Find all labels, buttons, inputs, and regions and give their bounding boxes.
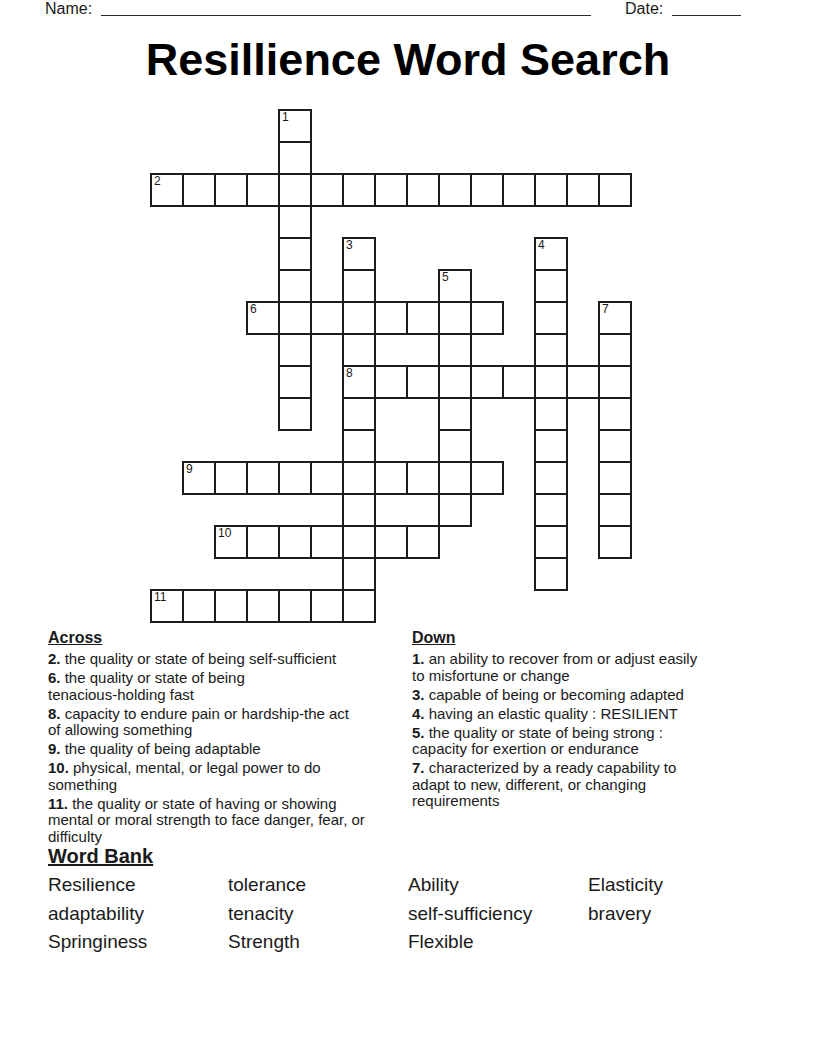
grid-cell[interactable] [502,365,536,399]
grid-cell[interactable] [310,461,344,495]
clue-number: 9 [186,463,193,475]
grid-cell[interactable] [406,173,440,207]
grid-cell[interactable] [246,173,280,207]
worksheet-page: Name: Date: Resillience Word Search 1234… [0,0,816,1056]
grid-cell[interactable]: 8 [342,365,376,399]
clue-item: 10. physical, mental, or legal power to … [48,760,414,793]
grid-cell[interactable] [342,173,376,207]
grid-cell[interactable] [278,365,312,399]
grid-cell[interactable]: 9 [182,461,216,495]
clue-item: 2. the quality or state of being self-su… [48,651,414,668]
grid-cell[interactable] [598,461,632,495]
grid-cell[interactable] [214,461,248,495]
word-bank-word: self-sufficiency [408,904,588,924]
clue-number: 4 [538,239,545,251]
crossword-grid: 1234567891011 [151,110,633,624]
grid-cell[interactable] [310,589,344,623]
grid-cell[interactable]: 11 [150,589,184,623]
grid-cell[interactable] [566,173,600,207]
grid-cell[interactable] [470,461,504,495]
grid-cell[interactable] [534,269,568,303]
grid-cell[interactable] [534,461,568,495]
grid-cell[interactable] [374,301,408,335]
grid-cell[interactable] [438,429,472,463]
word-bank-word: bravery [588,904,663,924]
grid-cell[interactable]: 10 [214,525,248,559]
clue-item: 4. having an elastic quality : RESILIENT [412,706,790,723]
grid-cell[interactable] [214,589,248,623]
name-input-line[interactable] [101,15,591,16]
grid-cell[interactable] [310,301,344,335]
grid-cell[interactable] [278,397,312,431]
grid-cell[interactable] [374,173,408,207]
grid-cell[interactable] [278,237,312,271]
grid-cell[interactable] [342,525,376,559]
clue-item: 11. the quality or state of having or sh… [48,796,414,846]
grid-cell[interactable] [534,333,568,367]
grid-cell[interactable]: 4 [534,237,568,271]
grid-cell[interactable] [342,429,376,463]
word-bank-word: Ability [408,875,588,895]
clue-number: 7 [602,303,609,315]
grid-cell[interactable] [342,493,376,527]
word-bank-column: Elasticitybravery [588,875,663,961]
grid-cell[interactable]: 6 [246,301,280,335]
clue-number: 8 [346,367,353,379]
grid-cell[interactable] [598,429,632,463]
word-bank-column: tolerancetenacityStrength [228,875,408,961]
grid-cell[interactable] [534,557,568,591]
grid-cell[interactable] [406,461,440,495]
grid-cell[interactable] [278,141,312,175]
grid-cell[interactable] [342,461,376,495]
word-bank-word: Strength [228,932,408,952]
word-bank-word: Elasticity [588,875,663,895]
grid-cell[interactable] [278,461,312,495]
grid-cell[interactable] [534,525,568,559]
grid-cell[interactable]: 2 [150,173,184,207]
page-title: Resillience Word Search [0,34,816,86]
grid-cell[interactable] [342,397,376,431]
clue-number: 2 [154,175,161,187]
grid-cell[interactable] [438,493,472,527]
grid-cell[interactable] [534,365,568,399]
word-bank-word: adaptability [48,904,228,924]
grid-cell[interactable] [342,557,376,591]
grid-cell[interactable] [534,301,568,335]
grid-cell[interactable] [598,493,632,527]
clue-number: 11 [154,591,166,603]
grid-cell[interactable] [598,397,632,431]
grid-cell[interactable] [214,173,248,207]
grid-cell[interactable]: 1 [278,109,312,143]
grid-cell[interactable]: 7 [598,301,632,335]
grid-cell[interactable] [278,333,312,367]
grid-cell[interactable] [310,173,344,207]
word-bank-header: Word Bank [48,845,788,868]
word-bank-word: tenacity [228,904,408,924]
word-bank-column: ResilienceadaptabilitySpringiness [48,875,228,961]
word-bank-columns: ResilienceadaptabilitySpringinesstoleran… [48,875,788,961]
grid-cell[interactable] [470,301,504,335]
grid-cell[interactable] [342,301,376,335]
down-clue-list: 1. an ability to recover from or adjust … [412,651,790,810]
grid-cell[interactable] [374,365,408,399]
grid-cell[interactable] [598,365,632,399]
clue-number: 10 [218,527,231,539]
grid-cell[interactable] [374,461,408,495]
across-clue-list: 2. the quality or state of being self-su… [48,651,414,845]
word-bank-section: Word Bank ResilienceadaptabilitySpringin… [48,845,788,961]
clue-item: 8. capacity to endure pain or hardship-t… [48,706,414,739]
grid-cell[interactable] [598,333,632,367]
name-label: Name: [45,0,92,18]
grid-cell[interactable] [246,525,280,559]
grid-cell[interactable] [406,365,440,399]
grid-cell[interactable] [598,173,632,207]
grid-cell[interactable] [182,173,216,207]
down-clues-section: Down 1. an ability to recover from or ad… [412,629,790,812]
grid-cell[interactable] [182,589,216,623]
clue-item: 7. characterized by a ready capability t… [412,760,790,810]
grid-cell[interactable] [438,301,472,335]
clue-number: 6 [250,303,257,315]
grid-cell[interactable] [310,525,344,559]
clue-item: 5. the quality or state of being strong … [412,725,790,758]
grid-cell[interactable] [278,525,312,559]
grid-cell[interactable] [406,525,440,559]
grid-cell[interactable] [534,173,568,207]
clue-number: 1 [282,111,289,123]
clue-number: 3 [346,239,353,251]
clue-item: 9. the quality of being adaptable [48,741,414,758]
grid-cell[interactable] [502,173,536,207]
date-label: Date: [625,0,663,18]
grid-cell[interactable] [470,365,504,399]
grid-cell[interactable]: 5 [438,269,472,303]
across-header: Across [48,629,414,647]
grid-cell[interactable] [246,461,280,495]
grid-cell[interactable] [438,397,472,431]
grid-cell[interactable] [278,301,312,335]
word-bank-word: Springiness [48,932,228,952]
grid-cell[interactable] [278,205,312,239]
clue-item: 3. capable of being or becoming adapted [412,687,790,704]
grid-cell[interactable] [438,173,472,207]
across-clues-section: Across 2. the quality or state of being … [48,629,414,848]
grid-cell[interactable] [406,301,440,335]
word-bank-word: tolerance [228,875,408,895]
grid-cell[interactable] [342,589,376,623]
grid-cell[interactable]: 3 [342,237,376,271]
date-input-line[interactable] [672,15,741,16]
grid-cell[interactable] [470,173,504,207]
grid-cell[interactable] [534,493,568,527]
grid-cell[interactable] [438,365,472,399]
word-bank-word: Flexible [408,932,588,952]
grid-cell[interactable] [342,269,376,303]
grid-cell[interactable] [278,589,312,623]
clue-number: 5 [442,271,449,283]
clue-item: 1. an ability to recover from or adjust … [412,651,790,684]
word-bank-column: Abilityself-sufficiencyFlexible [408,875,588,961]
grid-cell[interactable] [278,173,312,207]
grid-cell[interactable] [438,461,472,495]
grid-cell[interactable] [534,429,568,463]
word-bank-word: Resilience [48,875,228,895]
grid-cell[interactable] [438,333,472,367]
grid-cell[interactable] [342,333,376,367]
grid-cell[interactable] [374,525,408,559]
down-header: Down [412,629,790,647]
grid-cell[interactable] [566,365,600,399]
grid-cell[interactable] [534,397,568,431]
clue-item: 6. the quality or state of being tenacio… [48,670,414,703]
grid-cell[interactable] [246,589,280,623]
grid-cell[interactable] [278,269,312,303]
grid-cell[interactable] [598,525,632,559]
